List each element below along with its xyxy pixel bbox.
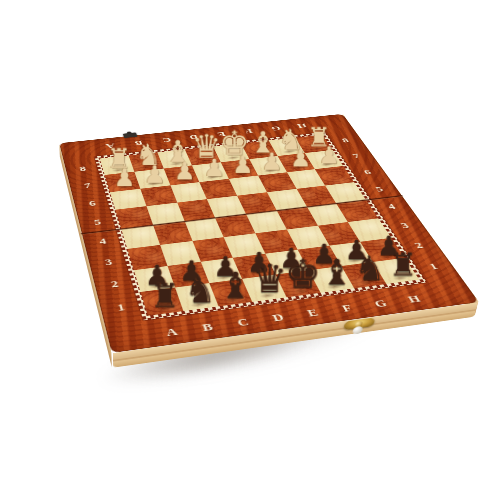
- coord-label: F: [325, 297, 368, 318]
- coord-label: H: [392, 288, 436, 309]
- scene: ABCDEFGH ABCDEFGH 87654321 87654321 ♜♞♝♛…: [0, 0, 500, 500]
- coord-label: G: [359, 293, 402, 314]
- coord-label: 5: [84, 211, 111, 233]
- coord-label: D: [256, 306, 299, 328]
- coord-label: E: [291, 302, 334, 323]
- clasp-knob: [352, 326, 363, 335]
- coord-label: 4: [89, 230, 117, 253]
- product-photo-background: ABCDEFGH ABCDEFGH 87654321 87654321 ♜♞♝♛…: [0, 0, 500, 500]
- chess-box: ABCDEFGH ABCDEFGH 87654321 87654321 ♜♞♝♛…: [59, 114, 479, 353]
- coord-label: 3: [94, 250, 123, 274]
- coord-label: C: [222, 311, 264, 333]
- coord-label: B: [186, 316, 228, 338]
- coord-label: A: [151, 320, 193, 342]
- brass-clasp: [343, 318, 375, 331]
- piece-dark-rook-a1: ♜: [141, 288, 184, 316]
- piece-glyph: ♜: [133, 280, 198, 313]
